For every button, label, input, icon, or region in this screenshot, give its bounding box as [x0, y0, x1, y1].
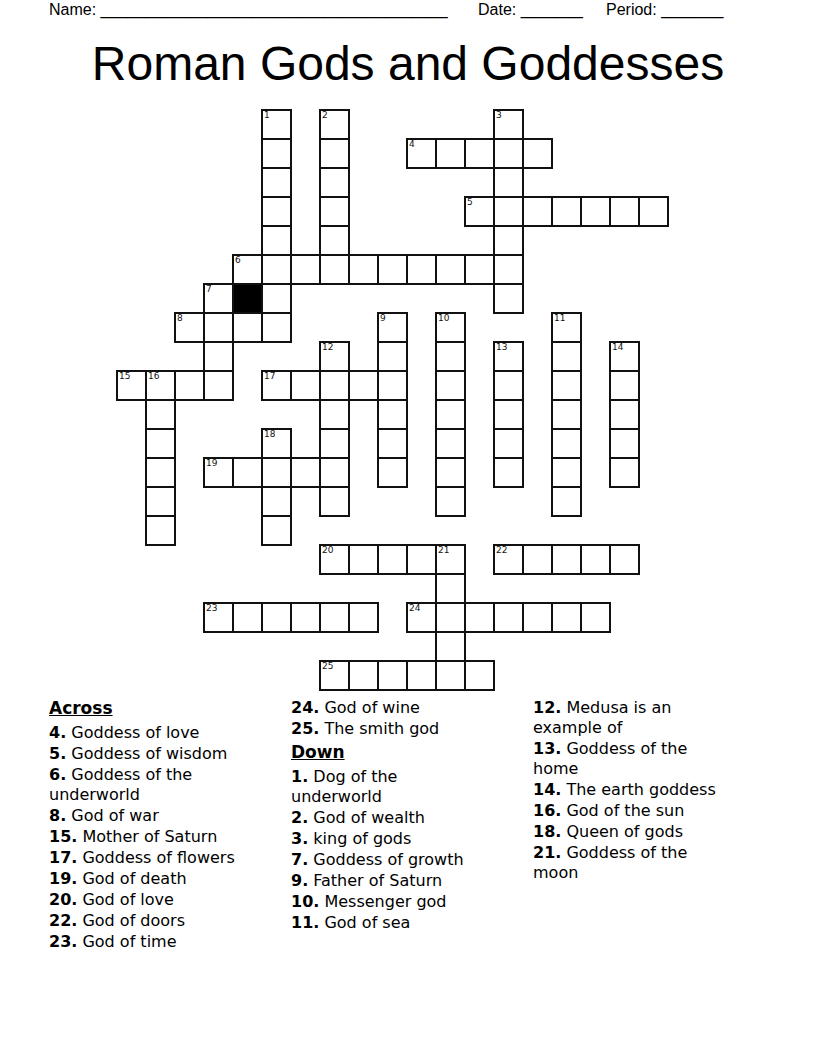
grid-cell[interactable]: 13 — [493, 341, 524, 372]
grid-cell[interactable] — [551, 486, 582, 517]
grid-cell[interactable] — [261, 602, 292, 633]
grid-cell[interactable] — [609, 428, 640, 459]
grid-cell[interactable] — [319, 370, 350, 401]
grid-cell[interactable] — [261, 138, 292, 169]
clue-number: 5. — [49, 744, 66, 763]
clue-text: Goddess of love — [66, 723, 199, 742]
clue-text: Queen of gods — [561, 822, 683, 841]
clue-item: 13. Goddess of the home — [533, 739, 745, 779]
grid-cell[interactable] — [435, 602, 466, 633]
cell-number: 10 — [438, 313, 449, 324]
grid-cell[interactable] — [464, 660, 495, 691]
grid-cell[interactable] — [319, 196, 350, 227]
grid-cell[interactable]: 16 — [145, 370, 176, 401]
cell-number: 20 — [322, 545, 333, 556]
clue-text: Goddess of growth — [308, 850, 463, 869]
clue-item: 9. Father of Saturn — [291, 871, 503, 891]
cell-number: 19 — [206, 458, 217, 469]
grid-cell[interactable] — [174, 370, 205, 401]
grid-cell[interactable]: 2 — [319, 109, 350, 140]
clue-text: God of wine — [319, 698, 420, 717]
clue-item: 4. Goddess of love — [49, 723, 281, 743]
grid-cell[interactable] — [261, 486, 292, 517]
grid-cell[interactable] — [435, 428, 466, 459]
grid-cell[interactable] — [348, 370, 379, 401]
grid-cell[interactable] — [145, 515, 176, 546]
grid-cell[interactable] — [319, 602, 350, 633]
clue-number: 3. — [291, 829, 308, 848]
grid-cell[interactable]: 12 — [319, 341, 350, 372]
clue-item: 1. Dog of the underworld — [291, 767, 503, 807]
grid-cell[interactable]: 20 — [319, 544, 350, 575]
clue-number: 24. — [291, 698, 319, 717]
grid-cell[interactable] — [377, 660, 408, 691]
cell-number: 11 — [554, 313, 565, 324]
grid-cell[interactable] — [377, 544, 408, 575]
clue-number: 13. — [533, 739, 561, 758]
grid-cell[interactable] — [435, 138, 466, 169]
grid-cell[interactable]: 6 — [232, 254, 263, 285]
grid-cell[interactable]: 25 — [319, 660, 350, 691]
grid-cell[interactable] — [145, 399, 176, 430]
cell-number: 14 — [612, 342, 623, 353]
grid-cell[interactable] — [638, 196, 669, 227]
grid-cell[interactable]: 5 — [464, 196, 495, 227]
clue-item: 25. The smith god — [291, 719, 503, 739]
grid-cell[interactable] — [551, 370, 582, 401]
date-label: Date: — [478, 1, 516, 18]
cell-number: 22 — [496, 545, 507, 556]
grid-cell[interactable] — [261, 254, 292, 285]
grid-cell[interactable] — [435, 660, 466, 691]
grid-cell[interactable]: 1 — [261, 109, 292, 140]
grid-cell[interactable] — [406, 254, 437, 285]
grid-cell[interactable] — [435, 370, 466, 401]
cell-number: 7 — [206, 284, 212, 295]
clue-column-3: 12. Medusa is an example of13. Goddess o… — [533, 698, 745, 884]
grid-cell[interactable] — [522, 544, 553, 575]
clue-text: God of death — [77, 869, 186, 888]
grid-cell[interactable] — [319, 399, 350, 430]
clue-item: 22. God of doors — [49, 911, 281, 931]
page-title: Roman Gods and Goddesses — [0, 36, 816, 91]
clue-text: God of war — [66, 806, 159, 825]
grid-cell[interactable] — [377, 428, 408, 459]
clue-number: 25. — [291, 719, 319, 738]
grid-cell[interactable] — [580, 544, 611, 575]
cell-number: 16 — [148, 371, 159, 382]
grid-cell[interactable] — [435, 399, 466, 430]
period-blank-line: _______ — [661, 1, 723, 18]
worksheet-page: Name: __________________________________… — [0, 0, 816, 1056]
clue-number: 19. — [49, 869, 77, 888]
grid-cell[interactable] — [145, 428, 176, 459]
grid-cell[interactable] — [493, 399, 524, 430]
clue-item: 23. God of time — [49, 932, 281, 952]
cell-number: 4 — [409, 139, 415, 150]
grid-cell[interactable] — [203, 370, 234, 401]
grid-cell[interactable]: 10 — [435, 312, 466, 343]
grid-cell[interactable]: 7 — [203, 283, 234, 314]
grid-cell[interactable] — [464, 602, 495, 633]
grid-cell[interactable] — [551, 341, 582, 372]
grid-cell[interactable] — [232, 602, 263, 633]
grid-cell[interactable] — [319, 225, 350, 256]
clue-number: 18. — [533, 822, 561, 841]
grid-cell[interactable] — [377, 254, 408, 285]
cell-number: 23 — [206, 603, 217, 614]
cell-number: 1 — [264, 110, 270, 121]
clue-item: 15. Mother of Saturn — [49, 827, 281, 847]
clue-number: 7. — [291, 850, 308, 869]
grid-cell[interactable] — [551, 428, 582, 459]
clue-number: 12. — [533, 698, 561, 717]
name-label: Name: — [49, 1, 96, 18]
clue-text: God of the sun — [561, 801, 684, 820]
cell-number: 17 — [264, 371, 275, 382]
grid-cell[interactable] — [377, 457, 408, 488]
cell-number: 8 — [177, 313, 183, 324]
grid-cell[interactable] — [261, 457, 292, 488]
grid-cell[interactable] — [551, 196, 582, 227]
grid-cell[interactable] — [319, 138, 350, 169]
grid-cell[interactable] — [493, 283, 524, 314]
clue-item: 18. Queen of gods — [533, 822, 745, 842]
cell-number: 21 — [438, 545, 449, 556]
clue-item: 20. God of love — [49, 890, 281, 910]
grid-cell[interactable]: 3 — [493, 109, 524, 140]
grid-cell[interactable] — [319, 254, 350, 285]
grid-cell[interactable]: 17 — [261, 370, 292, 401]
grid-cell[interactable] — [348, 254, 379, 285]
grid-cell[interactable] — [435, 341, 466, 372]
grid-cell[interactable] — [261, 515, 292, 546]
cell-number: 3 — [496, 110, 502, 121]
clue-number: 1. — [291, 767, 308, 786]
clue-item: 6. Goddess of the underworld — [49, 765, 281, 805]
clue-number: 21. — [533, 843, 561, 862]
grid-cell[interactable] — [232, 457, 263, 488]
grid-cell[interactable]: 19 — [203, 457, 234, 488]
grid-cell[interactable] — [551, 602, 582, 633]
grid-cell[interactable] — [145, 457, 176, 488]
date-blank-line: _______ — [521, 1, 583, 18]
cell-number: 25 — [322, 661, 333, 672]
clue-text: God of sea — [319, 913, 410, 932]
grid-cell[interactable] — [377, 341, 408, 372]
cell-number: 12 — [322, 342, 333, 353]
blocked-cell — [232, 283, 263, 314]
clue-text: God of love — [77, 890, 174, 909]
cell-number: 2 — [322, 110, 328, 121]
grid-cell[interactable] — [609, 370, 640, 401]
grid-cell[interactable] — [493, 196, 524, 227]
grid-cell[interactable] — [377, 399, 408, 430]
clue-number: 17. — [49, 848, 77, 867]
grid-cell[interactable]: 14 — [609, 341, 640, 372]
clue-list-heading: Across — [49, 698, 281, 718]
clue-item: 19. God of death — [49, 869, 281, 889]
grid-cell[interactable]: 22 — [493, 544, 524, 575]
clue-number: 15. — [49, 827, 77, 846]
clue-item: 3. king of gods — [291, 829, 503, 849]
clue-number: 22. — [49, 911, 77, 930]
grid-cell[interactable] — [609, 399, 640, 430]
clue-number: 20. — [49, 890, 77, 909]
clue-text: Goddess of flowers — [77, 848, 234, 867]
grid-cell[interactable]: 4 — [406, 138, 437, 169]
grid-cell[interactable] — [493, 225, 524, 256]
grid-cell[interactable] — [319, 486, 350, 517]
grid-cell[interactable] — [580, 602, 611, 633]
clue-item: 14. The earth goddess — [533, 780, 745, 800]
grid-cell[interactable] — [406, 660, 437, 691]
clue-number: 2. — [291, 808, 308, 827]
clue-item: 5. Goddess of wisdom — [49, 744, 281, 764]
clue-text: Mother of Saturn — [77, 827, 217, 846]
grid-cell[interactable]: 8 — [174, 312, 205, 343]
name-blank-line: _______________________________________ — [101, 1, 448, 18]
clue-item: 2. God of wealth — [291, 808, 503, 828]
grid-cell[interactable]: 18 — [261, 428, 292, 459]
grid-cell[interactable]: 9 — [377, 312, 408, 343]
grid-cell[interactable] — [580, 196, 611, 227]
grid-cell[interactable] — [493, 428, 524, 459]
grid-cell[interactable] — [290, 254, 321, 285]
grid-cell[interactable] — [609, 457, 640, 488]
grid-cell[interactable] — [609, 196, 640, 227]
clue-text: God of wealth — [308, 808, 425, 827]
clue-number: 16. — [533, 801, 561, 820]
grid-cell[interactable] — [319, 167, 350, 198]
clue-text: Father of Saturn — [308, 871, 442, 890]
grid-cell[interactable] — [319, 457, 350, 488]
grid-cell[interactable] — [522, 196, 553, 227]
grid-cell[interactable] — [261, 196, 292, 227]
clue-item: 17. Goddess of flowers — [49, 848, 281, 868]
grid-cell[interactable] — [319, 428, 350, 459]
cell-number: 24 — [409, 603, 420, 614]
clue-number: 8. — [49, 806, 66, 825]
clue-text: God of time — [77, 932, 176, 951]
grid-cell[interactable] — [290, 602, 321, 633]
clue-text: God of doors — [77, 911, 185, 930]
grid-cell[interactable]: 21 — [435, 544, 466, 575]
clue-item: 8. God of war — [49, 806, 281, 826]
grid-cell[interactable]: 24 — [406, 602, 437, 633]
clue-item: 7. Goddess of growth — [291, 850, 503, 870]
grid-cell[interactable]: 15 — [116, 370, 147, 401]
clue-number: 10. — [291, 892, 319, 911]
clue-item: 16. God of the sun — [533, 801, 745, 821]
clue-column-1: Across4. Goddess of love5. Goddess of wi… — [49, 698, 281, 953]
grid-cell[interactable] — [290, 370, 321, 401]
grid-cell[interactable] — [232, 312, 263, 343]
crossword-grid: 1234567891011121314151617181920212223242… — [116, 109, 669, 691]
date-field: Date: _______ — [478, 1, 583, 19]
clue-number: 14. — [533, 780, 561, 799]
grid-cell[interactable] — [261, 167, 292, 198]
grid-cell[interactable] — [464, 138, 495, 169]
name-field: Name: __________________________________… — [49, 1, 448, 19]
grid-cell[interactable] — [493, 602, 524, 633]
cell-number: 18 — [264, 429, 275, 440]
grid-cell[interactable] — [377, 370, 408, 401]
cell-number: 13 — [496, 342, 507, 353]
clue-item: 21. Goddess of the moon — [533, 843, 745, 883]
grid-cell[interactable] — [203, 312, 234, 343]
grid-cell[interactable] — [551, 544, 582, 575]
cell-number: 5 — [467, 197, 473, 208]
grid-cell[interactable] — [261, 312, 292, 343]
clue-text: Messenger god — [319, 892, 446, 911]
grid-cell[interactable] — [145, 486, 176, 517]
grid-cell[interactable] — [522, 138, 553, 169]
grid-cell[interactable] — [348, 660, 379, 691]
grid-cell[interactable]: 23 — [203, 602, 234, 633]
grid-cell[interactable] — [493, 138, 524, 169]
grid-cell[interactable] — [493, 370, 524, 401]
grid-cell[interactable] — [203, 341, 234, 372]
grid-cell[interactable] — [406, 544, 437, 575]
grid-cell[interactable] — [290, 457, 321, 488]
grid-cell[interactable] — [435, 631, 466, 662]
cell-number: 6 — [235, 255, 241, 266]
grid-cell[interactable] — [435, 486, 466, 517]
clue-number: 9. — [291, 871, 308, 890]
grid-cell[interactable] — [493, 254, 524, 285]
clue-text: The earth goddess — [561, 780, 715, 799]
clue-text: The smith god — [319, 719, 439, 738]
grid-cell[interactable] — [348, 544, 379, 575]
grid-cell[interactable] — [609, 544, 640, 575]
clue-text: king of gods — [308, 829, 411, 848]
grid-cell[interactable] — [435, 254, 466, 285]
clue-number: 4. — [49, 723, 66, 742]
clue-number: 11. — [291, 913, 319, 932]
period-field: Period: _______ — [606, 1, 723, 19]
grid-cell[interactable] — [493, 167, 524, 198]
clue-number: 23. — [49, 932, 77, 951]
period-label: Period: — [606, 1, 657, 18]
clue-item: 10. Messenger god — [291, 892, 503, 912]
grid-cell[interactable] — [348, 602, 379, 633]
clue-text: Goddess of the underworld — [49, 765, 192, 804]
grid-cell[interactable] — [261, 283, 292, 314]
cell-number: 15 — [119, 371, 130, 382]
grid-cell[interactable] — [464, 254, 495, 285]
clue-text: Goddess of wisdom — [66, 744, 227, 763]
grid-cell[interactable] — [551, 457, 582, 488]
clue-item: 11. God of sea — [291, 913, 503, 933]
grid-cell[interactable] — [435, 573, 466, 604]
clue-item: 12. Medusa is an example of — [533, 698, 745, 738]
grid-cell[interactable] — [522, 602, 553, 633]
clue-list-heading: Down — [291, 742, 503, 762]
grid-cell[interactable]: 11 — [551, 312, 582, 343]
cell-number: 9 — [380, 313, 386, 324]
grid-cell[interactable] — [261, 225, 292, 256]
grid-cell[interactable] — [493, 457, 524, 488]
clue-number: 6. — [49, 765, 66, 784]
clue-column-2: 24. God of wine25. The smith godDown1. D… — [291, 698, 503, 934]
grid-cell[interactable] — [435, 457, 466, 488]
grid-cell[interactable] — [551, 399, 582, 430]
clue-item: 24. God of wine — [291, 698, 503, 718]
